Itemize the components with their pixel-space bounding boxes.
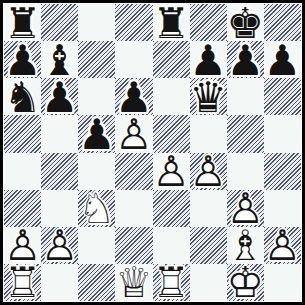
square-d1[interactable]: ♛♕	[115, 264, 152, 301]
white-piece-outline: ♙	[264, 228, 301, 265]
piece-black-knight: ♞	[4, 78, 41, 115]
white-piece-outline: ♗	[227, 228, 264, 265]
black-piece-body: ♜	[4, 5, 41, 42]
piece-white-pawn: ♟♙	[264, 227, 301, 264]
square-b2[interactable]: ♟♙	[41, 227, 78, 264]
square-c1[interactable]	[78, 264, 115, 301]
piece-white-pawn: ♟♙	[115, 115, 152, 152]
piece-white-pawn: ♟♙	[4, 227, 41, 264]
square-g6[interactable]	[227, 78, 264, 115]
square-c4[interactable]	[78, 153, 115, 190]
white-piece-outline: ♙	[41, 228, 78, 265]
chess-board: ♜♜♚♟♝♟♟♟♞♟♟♛♟♟♙♟♙♟♙♞♘♟♙♟♙♟♙♝♗♟♙♜♖♛♕♜♖♚♔	[4, 4, 301, 301]
white-piece-outline: ♙	[115, 116, 152, 153]
square-c3[interactable]: ♞♘	[78, 190, 115, 227]
square-f2[interactable]	[190, 227, 227, 264]
square-b7[interactable]: ♝	[41, 41, 78, 78]
square-b8[interactable]	[41, 4, 78, 41]
square-e3[interactable]	[153, 190, 190, 227]
square-b5[interactable]	[41, 115, 78, 152]
piece-white-rook: ♜♖	[4, 264, 41, 301]
piece-black-pawn: ♟	[78, 115, 115, 152]
square-g7[interactable]: ♟	[227, 41, 264, 78]
white-piece-outline: ♙	[153, 154, 190, 191]
piece-white-king: ♚♔	[227, 264, 264, 301]
square-c5[interactable]: ♟	[78, 115, 115, 152]
white-piece-body: ♟	[41, 228, 78, 265]
square-c6[interactable]	[78, 78, 115, 115]
black-piece-body: ♟	[78, 116, 115, 153]
square-a8[interactable]: ♜	[4, 4, 41, 41]
black-piece-body: ♜	[153, 5, 190, 42]
square-e5[interactable]	[153, 115, 190, 152]
black-piece-body: ♟	[190, 42, 227, 79]
black-piece-body: ♛	[190, 79, 227, 116]
square-d7[interactable]	[115, 41, 152, 78]
black-piece-body: ♞	[4, 79, 41, 116]
white-piece-outline: ♔	[227, 265, 264, 302]
square-h8[interactable]	[264, 4, 301, 41]
square-a3[interactable]	[4, 190, 41, 227]
square-f3[interactable]	[190, 190, 227, 227]
piece-white-pawn: ♟♙	[41, 227, 78, 264]
square-h5[interactable]	[264, 115, 301, 152]
square-a2[interactable]: ♟♙	[4, 227, 41, 264]
square-b1[interactable]	[41, 264, 78, 301]
black-piece-body: ♝	[41, 42, 78, 79]
square-d8[interactable]	[115, 4, 152, 41]
square-d6[interactable]: ♟	[115, 78, 152, 115]
white-piece-outline: ♕	[115, 265, 152, 302]
piece-black-pawn: ♟	[4, 41, 41, 78]
square-f7[interactable]: ♟	[190, 41, 227, 78]
square-h2[interactable]: ♟♙	[264, 227, 301, 264]
square-e1[interactable]: ♜♖	[153, 264, 190, 301]
square-g5[interactable]	[227, 115, 264, 152]
black-piece-body: ♟	[264, 42, 301, 79]
white-piece-body: ♟	[153, 154, 190, 191]
piece-black-rook: ♜	[4, 4, 41, 41]
square-d3[interactable]	[115, 190, 152, 227]
square-b3[interactable]	[41, 190, 78, 227]
square-d2[interactable]	[115, 227, 152, 264]
white-piece-body: ♜	[4, 265, 41, 302]
black-piece-body: ♟	[227, 42, 264, 79]
piece-black-queen: ♛	[190, 78, 227, 115]
square-b4[interactable]	[41, 153, 78, 190]
white-piece-body: ♟	[115, 116, 152, 153]
piece-black-pawn: ♟	[227, 41, 264, 78]
square-f8[interactable]	[190, 4, 227, 41]
square-f5[interactable]	[190, 115, 227, 152]
white-piece-body: ♜	[153, 265, 190, 302]
white-piece-outline: ♖	[4, 265, 41, 302]
square-a4[interactable]	[4, 153, 41, 190]
square-e6[interactable]	[153, 78, 190, 115]
square-h6[interactable]	[264, 78, 301, 115]
square-b6[interactable]: ♟	[41, 78, 78, 115]
white-piece-body: ♟	[190, 154, 227, 191]
piece-white-bishop: ♝♗	[227, 227, 264, 264]
white-piece-body: ♟	[4, 228, 41, 265]
square-h1[interactable]	[264, 264, 301, 301]
square-f4[interactable]: ♟♙	[190, 153, 227, 190]
square-f1[interactable]	[190, 264, 227, 301]
piece-black-pawn: ♟	[190, 41, 227, 78]
square-g8[interactable]: ♚	[227, 4, 264, 41]
piece-white-queen: ♛♕	[115, 264, 152, 301]
piece-white-knight: ♞♘	[78, 190, 115, 227]
square-a7[interactable]: ♟	[4, 41, 41, 78]
piece-black-pawn: ♟	[115, 78, 152, 115]
square-c8[interactable]	[78, 4, 115, 41]
board-frame: ♜♜♚♟♝♟♟♟♞♟♟♛♟♟♙♟♙♟♙♞♘♟♙♟♙♟♙♝♗♟♙♜♖♛♕♜♖♚♔	[0, 0, 305, 305]
square-a5[interactable]	[4, 115, 41, 152]
piece-white-rook: ♜♖	[153, 264, 190, 301]
white-piece-body: ♛	[115, 265, 152, 302]
piece-white-pawn: ♟♙	[227, 190, 264, 227]
white-piece-outline: ♖	[153, 265, 190, 302]
square-f6[interactable]: ♛	[190, 78, 227, 115]
square-g1[interactable]: ♚♔	[227, 264, 264, 301]
black-piece-body: ♟	[115, 79, 152, 116]
square-c2[interactable]	[78, 227, 115, 264]
piece-white-pawn: ♟♙	[153, 153, 190, 190]
white-piece-outline: ♙	[4, 228, 41, 265]
white-piece-outline: ♙	[227, 191, 264, 228]
square-a1[interactable]: ♜♖	[4, 264, 41, 301]
square-e8[interactable]: ♜	[153, 4, 190, 41]
white-piece-body: ♞	[78, 191, 115, 228]
piece-black-pawn: ♟	[264, 41, 301, 78]
white-piece-body: ♝	[227, 228, 264, 265]
piece-black-rook: ♜	[153, 4, 190, 41]
black-piece-body: ♟	[4, 42, 41, 79]
black-piece-body: ♚	[227, 5, 264, 42]
white-piece-body: ♟	[227, 191, 264, 228]
black-piece-body: ♟	[41, 79, 78, 116]
piece-black-king: ♚	[227, 4, 264, 41]
square-e2[interactable]	[153, 227, 190, 264]
piece-black-pawn: ♟	[41, 78, 78, 115]
square-a6[interactable]: ♞	[4, 78, 41, 115]
white-piece-body: ♟	[264, 228, 301, 265]
piece-white-pawn: ♟♙	[190, 153, 227, 190]
square-h7[interactable]: ♟	[264, 41, 301, 78]
white-piece-body: ♚	[227, 265, 264, 302]
square-c7[interactable]	[78, 41, 115, 78]
square-g3[interactable]: ♟♙	[227, 190, 264, 227]
square-e4[interactable]: ♟♙	[153, 153, 190, 190]
piece-black-bishop: ♝	[41, 41, 78, 78]
square-h3[interactable]	[264, 190, 301, 227]
square-e7[interactable]	[153, 41, 190, 78]
white-piece-outline: ♙	[190, 154, 227, 191]
square-g2[interactable]: ♝♗	[227, 227, 264, 264]
square-d5[interactable]: ♟♙	[115, 115, 152, 152]
square-g4[interactable]	[227, 153, 264, 190]
white-piece-outline: ♘	[78, 191, 115, 228]
square-h4[interactable]	[264, 153, 301, 190]
square-d4[interactable]	[115, 153, 152, 190]
